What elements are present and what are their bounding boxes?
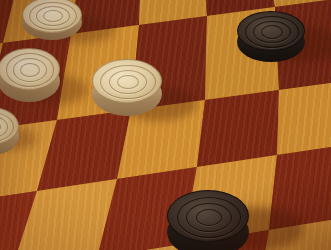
piece-face [92,59,162,103]
checker-piece-light[interactable] [0,107,19,155]
board-photo [0,0,331,250]
piece-face [167,190,249,242]
concentric-groove [20,63,40,77]
concentric-groove [43,10,62,22]
piece-face [0,48,60,90]
checker-piece-light[interactable] [0,48,60,102]
checker-piece-dark[interactable] [167,190,249,250]
checker-piece-light[interactable] [92,59,162,116]
concentric-groove [196,209,222,226]
checker-piece-dark[interactable] [237,11,305,62]
piece-face [237,11,305,51]
pieces-layer [0,0,331,250]
checker-piece-light[interactable] [22,0,82,40]
concentric-groove [261,25,283,38]
